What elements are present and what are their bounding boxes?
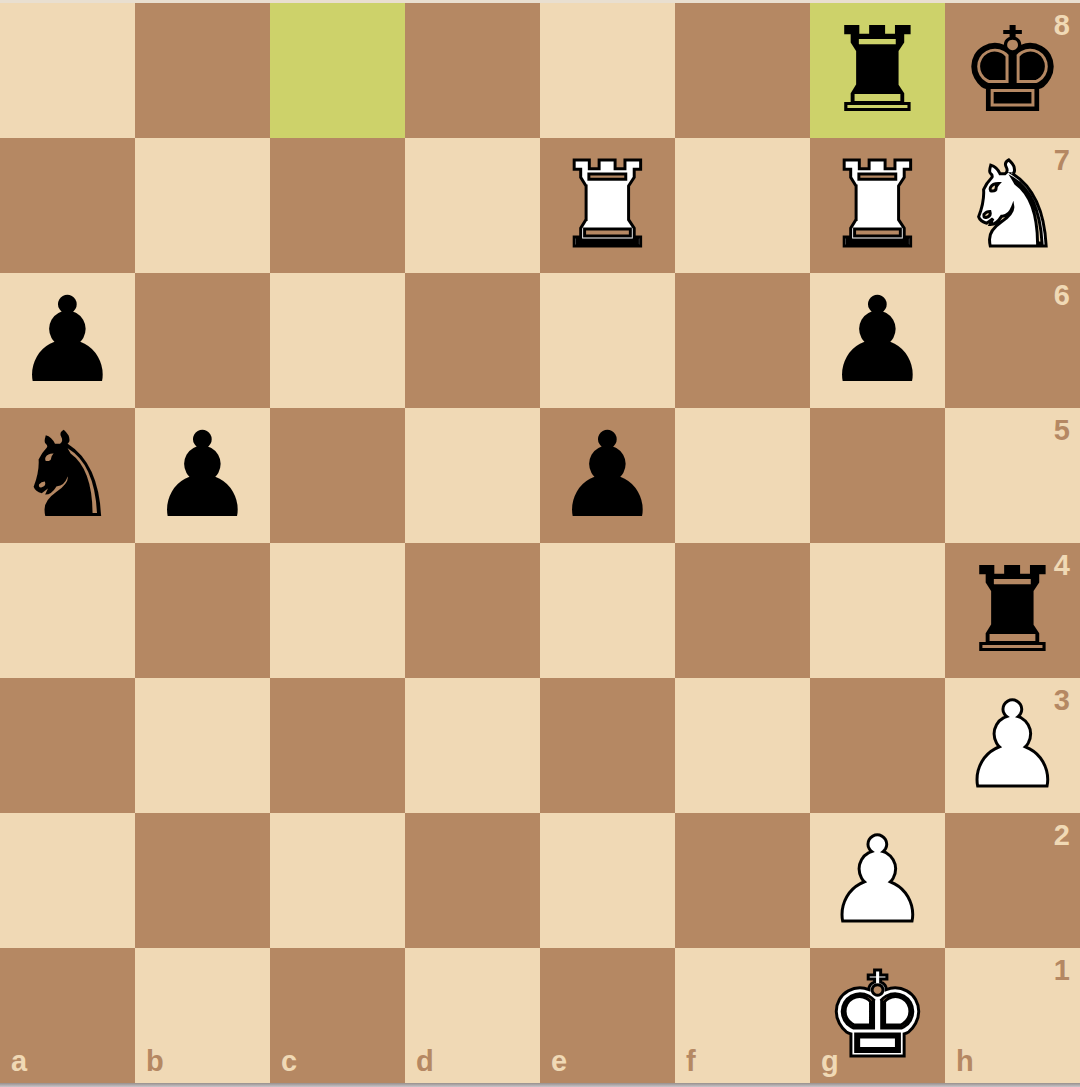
file-label-e: e (551, 1047, 567, 1076)
square-d5[interactable] (405, 408, 540, 543)
square-f5[interactable] (675, 408, 810, 543)
piece-white-king[interactable]: ♚ (810, 948, 945, 1083)
square-g5[interactable] (810, 408, 945, 543)
square-d6[interactable] (405, 273, 540, 408)
square-b6[interactable] (135, 273, 270, 408)
piece-white-pawn[interactable]: ♟ (810, 813, 945, 948)
piece-black-pawn[interactable]: ♟ (135, 408, 270, 543)
rank-label-1: 1 (1054, 956, 1070, 985)
square-f7[interactable] (675, 138, 810, 273)
square-c4[interactable] (270, 543, 405, 678)
square-a5[interactable]: ♞ (0, 408, 135, 543)
square-a8[interactable] (0, 3, 135, 138)
square-a6[interactable]: ♟ (0, 273, 135, 408)
square-g7[interactable]: ♜ (810, 138, 945, 273)
square-g4[interactable] (810, 543, 945, 678)
piece-black-rook[interactable]: ♜ (810, 3, 945, 138)
square-f3[interactable] (675, 678, 810, 813)
square-h4[interactable]: 4♜ (945, 543, 1080, 678)
square-f4[interactable] (675, 543, 810, 678)
rank-label-2: 2 (1054, 821, 1070, 850)
square-g3[interactable] (810, 678, 945, 813)
square-c3[interactable] (270, 678, 405, 813)
square-c1[interactable]: c (270, 948, 405, 1083)
file-label-f: f (686, 1047, 696, 1076)
piece-black-pawn[interactable]: ♟ (0, 273, 135, 408)
square-f2[interactable] (675, 813, 810, 948)
square-b8[interactable] (135, 3, 270, 138)
square-b2[interactable] (135, 813, 270, 948)
piece-white-knight[interactable]: ♞ (945, 138, 1080, 273)
square-h7[interactable]: 7♞ (945, 138, 1080, 273)
square-d2[interactable] (405, 813, 540, 948)
square-a3[interactable] (0, 678, 135, 813)
square-d3[interactable] (405, 678, 540, 813)
square-c7[interactable] (270, 138, 405, 273)
square-h5[interactable]: 5 (945, 408, 1080, 543)
square-h3[interactable]: 3♟ (945, 678, 1080, 813)
square-e3[interactable] (540, 678, 675, 813)
piece-white-rook[interactable]: ♜ (810, 138, 945, 273)
file-label-d: d (416, 1047, 434, 1076)
square-a1[interactable]: a (0, 948, 135, 1083)
square-g8[interactable]: ♜ (810, 3, 945, 138)
square-a2[interactable] (0, 813, 135, 948)
square-d1[interactable]: d (405, 948, 540, 1083)
square-e4[interactable] (540, 543, 675, 678)
piece-black-pawn[interactable]: ♟ (810, 273, 945, 408)
piece-black-king[interactable]: ♚ (945, 3, 1080, 138)
square-b1[interactable]: b (135, 948, 270, 1083)
file-label-h: h (956, 1047, 974, 1076)
square-e8[interactable] (540, 3, 675, 138)
piece-white-rook[interactable]: ♜ (540, 138, 675, 273)
square-b7[interactable] (135, 138, 270, 273)
rank-label-5: 5 (1054, 416, 1070, 445)
square-h6[interactable]: 6 (945, 273, 1080, 408)
square-g2[interactable]: ♟ (810, 813, 945, 948)
square-b5[interactable]: ♟ (135, 408, 270, 543)
square-h1[interactable]: 1h (945, 948, 1080, 1083)
piece-white-pawn[interactable]: ♟ (945, 678, 1080, 813)
square-d7[interactable] (405, 138, 540, 273)
square-e1[interactable]: e (540, 948, 675, 1083)
square-a7[interactable] (0, 138, 135, 273)
square-e2[interactable] (540, 813, 675, 948)
page: ♜8♚♜♜7♞♟♟6♞♟♟54♜3♟♟2abcdefg♚1h (0, 0, 1080, 1087)
square-a4[interactable] (0, 543, 135, 678)
square-c5[interactable] (270, 408, 405, 543)
square-h2[interactable]: 2 (945, 813, 1080, 948)
square-e5[interactable]: ♟ (540, 408, 675, 543)
square-d8[interactable] (405, 3, 540, 138)
square-f6[interactable] (675, 273, 810, 408)
square-b4[interactable] (135, 543, 270, 678)
piece-black-pawn[interactable]: ♟ (540, 408, 675, 543)
square-c8[interactable] (270, 3, 405, 138)
square-f8[interactable] (675, 3, 810, 138)
square-g6[interactable]: ♟ (810, 273, 945, 408)
file-label-a: a (11, 1047, 27, 1076)
chess-board: ♜8♚♜♜7♞♟♟6♞♟♟54♜3♟♟2abcdefg♚1h (0, 3, 1080, 1083)
file-label-c: c (281, 1047, 297, 1076)
file-label-b: b (146, 1047, 164, 1076)
square-e7[interactable]: ♜ (540, 138, 675, 273)
square-c6[interactable] (270, 273, 405, 408)
piece-black-rook[interactable]: ♜ (945, 543, 1080, 678)
square-f1[interactable]: f (675, 948, 810, 1083)
square-h8[interactable]: 8♚ (945, 3, 1080, 138)
piece-black-knight[interactable]: ♞ (0, 408, 135, 543)
square-c2[interactable] (270, 813, 405, 948)
square-g1[interactable]: g♚ (810, 948, 945, 1083)
square-b3[interactable] (135, 678, 270, 813)
square-d4[interactable] (405, 543, 540, 678)
square-e6[interactable] (540, 273, 675, 408)
rank-label-6: 6 (1054, 281, 1070, 310)
